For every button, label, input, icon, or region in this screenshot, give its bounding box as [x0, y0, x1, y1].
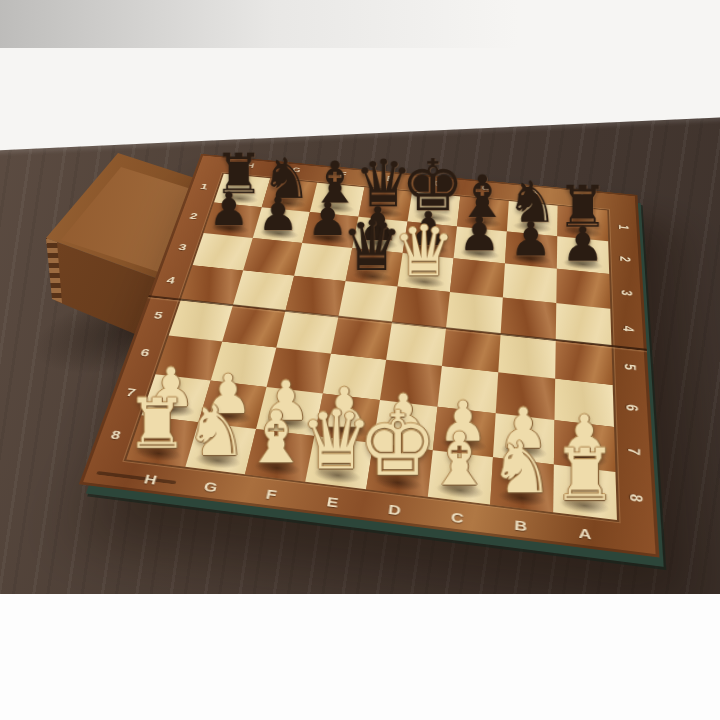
- square-b4[interactable]: [501, 298, 557, 340]
- square-a8[interactable]: ♜: [553, 465, 617, 521]
- square-a5[interactable]: [555, 340, 613, 385]
- square-c5[interactable]: [442, 328, 501, 372]
- coord-label-file-b-near: B: [489, 514, 553, 538]
- square-f4[interactable]: [285, 276, 345, 317]
- coord-label-file-a-near: A: [553, 521, 618, 545]
- piece-white-knight[interactable]: ♞: [490, 432, 554, 504]
- coord-label-file-e-near: E: [300, 490, 364, 513]
- piece-black-pawn[interactable]: ♟: [257, 191, 299, 237]
- coord-label-file-g-near: G: [178, 475, 242, 498]
- photo-margin-bottom: [0, 594, 720, 720]
- square-c2[interactable]: ♟: [454, 226, 507, 263]
- coord-label-file-c-near: C: [425, 506, 489, 530]
- piece-white-bishop[interactable]: ♝: [426, 423, 492, 496]
- coord-label-rank-5-left: 5: [142, 296, 174, 334]
- piece-black-pawn[interactable]: ♟: [510, 216, 553, 263]
- coord-label-rank-4-left: 4: [155, 263, 186, 299]
- board-surface: ♜♞♝♛♚♝♞♜♟♟♟♟♟♟♟♟♛♛♟♟♟♟♟♟♟♟♜♞♝♛♚♝♞♜: [126, 174, 616, 520]
- square-c3[interactable]: [450, 258, 505, 297]
- coord-label-rank-3-left: 3: [168, 230, 198, 264]
- square-d5[interactable]: [386, 322, 446, 366]
- piece-white-rook[interactable]: ♜: [126, 390, 188, 459]
- coord-label-file-d-near: D: [362, 498, 426, 521]
- square-b5[interactable]: [498, 334, 556, 379]
- product-photo-scene: ♜♞♝♛♚♝♞♜♟♟♟♟♟♟♟♟♛♛♟♟♟♟♟♟♟♟♜♞♝♛♚♝♞♜ HHGGF…: [0, 0, 720, 720]
- square-g5[interactable]: [222, 305, 285, 348]
- square-f5[interactable]: [276, 311, 338, 354]
- square-g2[interactable]: ♟: [253, 207, 310, 243]
- square-d3[interactable]: ♛: [397, 253, 453, 292]
- piece-black-pawn[interactable]: ♟: [458, 211, 500, 258]
- square-e4[interactable]: [338, 281, 397, 322]
- coord-label-file-f-near: F: [239, 483, 303, 506]
- square-b3[interactable]: [503, 263, 557, 303]
- square-d4[interactable]: [392, 287, 450, 328]
- coord-label-rank-2-left: 2: [179, 200, 208, 232]
- chessboard: ♜♞♝♛♚♝♞♜♟♟♟♟♟♟♟♟♛♛♟♟♟♟♟♟♟♟♜♞♝♛♚♝♞♜ HHGGF…: [79, 154, 660, 558]
- square-e5[interactable]: [331, 316, 392, 360]
- border-corner-groove: [96, 471, 176, 484]
- piece-white-queen[interactable]: ♛: [393, 216, 456, 286]
- square-g3[interactable]: [243, 238, 302, 276]
- square-b2[interactable]: ♟: [505, 231, 557, 268]
- piece-white-rook[interactable]: ♜: [553, 440, 618, 512]
- square-c8[interactable]: ♝: [428, 450, 493, 504]
- piece-black-pawn[interactable]: ♟: [208, 186, 249, 232]
- piece-white-bishop[interactable]: ♝: [244, 401, 309, 473]
- piece-white-knight[interactable]: ♞: [185, 397, 247, 467]
- square-b8[interactable]: ♞: [490, 457, 554, 512]
- square-d8[interactable]: ♚: [366, 443, 433, 497]
